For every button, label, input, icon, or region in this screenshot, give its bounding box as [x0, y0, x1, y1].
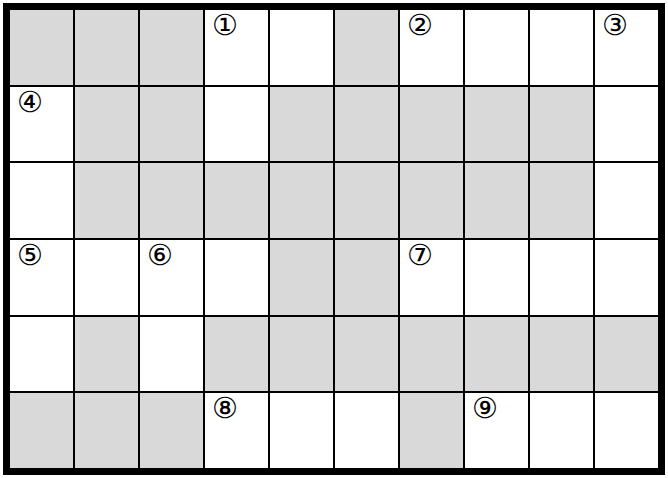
cell-r2c7-blocked [400, 87, 463, 162]
cell-r4c10-open[interactable] [595, 240, 658, 315]
cell-r6c4-open[interactable]: ⑧ [205, 393, 268, 468]
cell-r4c5-blocked [270, 240, 333, 315]
cell-r4c3-open[interactable]: ⑥ [140, 240, 203, 315]
cell-r4c1-open[interactable]: ⑤ [10, 240, 73, 315]
cell-r1c8-open[interactable] [465, 10, 528, 85]
cell-r5c6-blocked [335, 317, 398, 392]
cell-r2c2-blocked [75, 87, 138, 162]
cell-r1c6-blocked [335, 10, 398, 85]
cell-r3c1-open[interactable] [10, 163, 73, 238]
cell-r2c9-blocked [530, 87, 593, 162]
clue-number: ⑦ [407, 240, 433, 272]
cell-r3c3-blocked [140, 163, 203, 238]
cell-r1c3-blocked [140, 10, 203, 85]
clue-number: ④ [17, 87, 43, 119]
cell-r1c10-open[interactable]: ③ [595, 10, 658, 85]
cell-r5c10-blocked [595, 317, 658, 392]
cell-r3c9-blocked [530, 163, 593, 238]
cell-r5c2-blocked [75, 317, 138, 392]
clue-number: ⑥ [147, 240, 173, 272]
cell-r3c10-open[interactable] [595, 163, 658, 238]
cell-r1c5-open[interactable] [270, 10, 333, 85]
crossword-puzzle: ①②③④⑤⑥⑦⑧⑨ [0, 0, 668, 478]
crossword-grid: ①②③④⑤⑥⑦⑧⑨ [3, 3, 665, 475]
cell-r1c1-blocked [10, 10, 73, 85]
cell-r4c7-open[interactable]: ⑦ [400, 240, 463, 315]
cell-r3c8-blocked [465, 163, 528, 238]
clue-number: ⑤ [17, 240, 43, 272]
cell-r2c1-open[interactable]: ④ [10, 87, 73, 162]
cell-r2c5-blocked [270, 87, 333, 162]
cell-r6c8-open[interactable]: ⑨ [465, 393, 528, 468]
cell-r5c4-blocked [205, 317, 268, 392]
cell-r2c10-open[interactable] [595, 87, 658, 162]
cell-r6c1-blocked [10, 393, 73, 468]
cell-r2c4-open[interactable] [205, 87, 268, 162]
cell-r3c4-blocked [205, 163, 268, 238]
clue-number: ② [407, 10, 433, 42]
clue-number: ③ [602, 10, 628, 42]
cell-r3c5-blocked [270, 163, 333, 238]
cell-r5c3-open[interactable] [140, 317, 203, 392]
cell-r2c8-blocked [465, 87, 528, 162]
cell-r5c8-blocked [465, 317, 528, 392]
cell-r5c5-blocked [270, 317, 333, 392]
cell-r4c2-open[interactable] [75, 240, 138, 315]
cell-r2c6-blocked [335, 87, 398, 162]
cell-r2c3-blocked [140, 87, 203, 162]
cell-r6c2-blocked [75, 393, 138, 468]
cell-r6c7-blocked [400, 393, 463, 468]
cell-r3c7-blocked [400, 163, 463, 238]
cell-r5c1-open[interactable] [10, 317, 73, 392]
cell-r4c8-open[interactable] [465, 240, 528, 315]
cell-r4c9-open[interactable] [530, 240, 593, 315]
cell-r6c10-open[interactable] [595, 393, 658, 468]
cell-r6c5-open[interactable] [270, 393, 333, 468]
clue-number: ⑨ [472, 393, 498, 425]
cell-r4c4-open[interactable] [205, 240, 268, 315]
cell-r3c6-blocked [335, 163, 398, 238]
cell-r3c2-blocked [75, 163, 138, 238]
cell-r6c6-open[interactable] [335, 393, 398, 468]
clue-number: ① [212, 10, 238, 42]
cell-r1c9-open[interactable] [530, 10, 593, 85]
clue-number: ⑧ [212, 393, 238, 425]
cell-r4c6-blocked [335, 240, 398, 315]
cell-r6c3-blocked [140, 393, 203, 468]
cell-r1c4-open[interactable]: ① [205, 10, 268, 85]
cell-r6c9-open[interactable] [530, 393, 593, 468]
cell-r5c7-blocked [400, 317, 463, 392]
cell-r1c2-blocked [75, 10, 138, 85]
cell-r5c9-blocked [530, 317, 593, 392]
cell-r1c7-open[interactable]: ② [400, 10, 463, 85]
